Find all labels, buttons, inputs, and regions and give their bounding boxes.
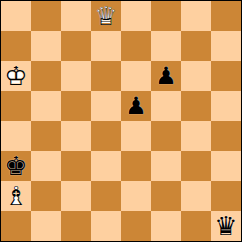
square-c5[interactable] — [61, 91, 91, 121]
square-g3[interactable] — [181, 151, 211, 181]
square-h6[interactable] — [211, 61, 241, 91]
square-b8[interactable] — [31, 1, 61, 31]
square-d5[interactable] — [91, 91, 121, 121]
square-c7[interactable] — [61, 31, 91, 61]
square-d3[interactable] — [91, 151, 121, 181]
square-e4[interactable] — [121, 121, 151, 151]
pawn-glyph: ♟ — [151, 61, 181, 91]
square-g4[interactable] — [181, 121, 211, 151]
square-b4[interactable] — [31, 121, 61, 151]
square-a1[interactable] — [1, 211, 31, 241]
square-d4[interactable] — [91, 121, 121, 151]
square-h2[interactable] — [211, 181, 241, 211]
square-b6[interactable] — [31, 61, 61, 91]
square-d7[interactable] — [91, 31, 121, 61]
queen-outline-glyph: ♕ — [91, 1, 121, 31]
square-a4[interactable] — [1, 121, 31, 151]
square-c6[interactable] — [61, 61, 91, 91]
square-e5[interactable]: ♟ — [121, 91, 151, 121]
square-a7[interactable] — [1, 31, 31, 61]
square-a5[interactable] — [1, 91, 31, 121]
square-h4[interactable] — [211, 121, 241, 151]
square-b2[interactable] — [31, 181, 61, 211]
square-d8[interactable]: ♛♕ — [91, 1, 121, 31]
square-f8[interactable] — [151, 1, 181, 31]
square-g8[interactable] — [181, 1, 211, 31]
pawn-glyph: ♟ — [121, 91, 151, 121]
square-h8[interactable] — [211, 1, 241, 31]
square-f5[interactable] — [151, 91, 181, 121]
square-b5[interactable] — [31, 91, 61, 121]
square-c8[interactable] — [61, 1, 91, 31]
square-e3[interactable] — [121, 151, 151, 181]
square-b1[interactable] — [31, 211, 61, 241]
square-h1[interactable]: ♛ — [211, 211, 241, 241]
white-queen-piece: ♛♕ — [91, 1, 121, 31]
square-h7[interactable] — [211, 31, 241, 61]
white-king-piece: ♚♔ — [1, 61, 31, 91]
square-d6[interactable] — [91, 61, 121, 91]
square-c4[interactable] — [61, 121, 91, 151]
square-d2[interactable] — [91, 181, 121, 211]
black-king-piece: ♚ — [1, 151, 31, 181]
square-e8[interactable] — [121, 1, 151, 31]
white-bishop-piece: ♝♗ — [1, 181, 31, 211]
chessboard: ♛♕♚♔♟♟♚♝♗♛ — [1, 1, 241, 241]
square-a6[interactable]: ♚♔ — [1, 61, 31, 91]
square-h3[interactable] — [211, 151, 241, 181]
queen-glyph: ♛ — [211, 211, 241, 241]
square-g2[interactable] — [181, 181, 211, 211]
square-d1[interactable] — [91, 211, 121, 241]
bishop-outline-glyph: ♗ — [1, 181, 31, 211]
square-a3[interactable]: ♚ — [1, 151, 31, 181]
square-b3[interactable] — [31, 151, 61, 181]
square-f4[interactable] — [151, 121, 181, 151]
square-b7[interactable] — [31, 31, 61, 61]
square-g1[interactable] — [181, 211, 211, 241]
square-g7[interactable] — [181, 31, 211, 61]
square-f7[interactable] — [151, 31, 181, 61]
square-e6[interactable] — [121, 61, 151, 91]
square-a2[interactable]: ♝♗ — [1, 181, 31, 211]
black-pawn-piece: ♟ — [121, 91, 151, 121]
king-glyph: ♚ — [1, 151, 31, 181]
black-queen-piece: ♛ — [211, 211, 241, 241]
square-c1[interactable] — [61, 211, 91, 241]
chessboard-frame: ♛♕♚♔♟♟♚♝♗♛ — [0, 0, 242, 242]
square-g5[interactable] — [181, 91, 211, 121]
square-h5[interactable] — [211, 91, 241, 121]
square-f6[interactable]: ♟ — [151, 61, 181, 91]
square-e7[interactable] — [121, 31, 151, 61]
king-outline-glyph: ♔ — [1, 61, 31, 91]
square-g6[interactable] — [181, 61, 211, 91]
square-c3[interactable] — [61, 151, 91, 181]
square-e2[interactable] — [121, 181, 151, 211]
square-f1[interactable] — [151, 211, 181, 241]
square-f2[interactable] — [151, 181, 181, 211]
square-e1[interactable] — [121, 211, 151, 241]
square-f3[interactable] — [151, 151, 181, 181]
square-a8[interactable] — [1, 1, 31, 31]
square-c2[interactable] — [61, 181, 91, 211]
black-pawn-piece: ♟ — [151, 61, 181, 91]
